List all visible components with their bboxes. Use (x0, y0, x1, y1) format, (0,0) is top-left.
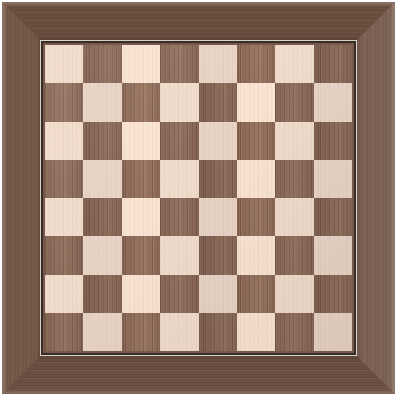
frame-top-rail (2, 2, 395, 43)
square-b3[interactable] (83, 236, 121, 274)
board-inlay-dark-line (41, 41, 356, 355)
square-h2[interactable] (314, 275, 352, 313)
square-d2[interactable] (160, 275, 198, 313)
square-c4[interactable] (122, 198, 160, 236)
square-f4[interactable] (237, 198, 275, 236)
square-e6[interactable] (199, 122, 237, 160)
square-f8[interactable] (237, 45, 275, 83)
chess-board (2, 2, 395, 394)
square-f6[interactable] (237, 122, 275, 160)
square-g5[interactable] (275, 160, 313, 198)
square-f3[interactable] (237, 236, 275, 274)
square-c6[interactable] (122, 122, 160, 160)
square-h6[interactable] (314, 122, 352, 160)
board-grid (45, 45, 352, 351)
square-g7[interactable] (275, 83, 313, 121)
square-g1[interactable] (275, 313, 313, 351)
square-h5[interactable] (314, 160, 352, 198)
square-a7[interactable] (45, 83, 83, 121)
square-a4[interactable] (45, 198, 83, 236)
square-c7[interactable] (122, 83, 160, 121)
square-c8[interactable] (122, 45, 160, 83)
square-h3[interactable] (314, 236, 352, 274)
frame-right-rail (354, 2, 395, 394)
square-b6[interactable] (83, 122, 121, 160)
square-a2[interactable] (45, 275, 83, 313)
square-f5[interactable] (237, 160, 275, 198)
photo-background (0, 0, 400, 400)
square-g6[interactable] (275, 122, 313, 160)
square-e1[interactable] (199, 313, 237, 351)
square-g2[interactable] (275, 275, 313, 313)
board-inlay-light-line (40, 40, 357, 356)
square-d6[interactable] (160, 122, 198, 160)
square-e8[interactable] (199, 45, 237, 83)
square-f7[interactable] (237, 83, 275, 121)
square-c1[interactable] (122, 313, 160, 351)
square-h1[interactable] (314, 313, 352, 351)
square-d7[interactable] (160, 83, 198, 121)
square-h8[interactable] (314, 45, 352, 83)
square-f2[interactable] (237, 275, 275, 313)
square-c5[interactable] (122, 160, 160, 198)
square-d4[interactable] (160, 198, 198, 236)
square-e3[interactable] (199, 236, 237, 274)
square-e5[interactable] (199, 160, 237, 198)
square-f1[interactable] (237, 313, 275, 351)
frame-bottom-rail (2, 353, 395, 394)
square-e2[interactable] (199, 275, 237, 313)
square-a8[interactable] (45, 45, 83, 83)
square-d3[interactable] (160, 236, 198, 274)
square-a6[interactable] (45, 122, 83, 160)
square-e7[interactable] (199, 83, 237, 121)
square-g8[interactable] (275, 45, 313, 83)
square-a5[interactable] (45, 160, 83, 198)
square-d5[interactable] (160, 160, 198, 198)
square-h7[interactable] (314, 83, 352, 121)
square-e4[interactable] (199, 198, 237, 236)
square-b1[interactable] (83, 313, 121, 351)
square-a3[interactable] (45, 236, 83, 274)
square-b8[interactable] (83, 45, 121, 83)
square-g4[interactable] (275, 198, 313, 236)
frame-left-rail (2, 2, 43, 394)
square-b7[interactable] (83, 83, 121, 121)
square-d8[interactable] (160, 45, 198, 83)
square-a1[interactable] (45, 313, 83, 351)
square-d1[interactable] (160, 313, 198, 351)
square-b2[interactable] (83, 275, 121, 313)
square-b4[interactable] (83, 198, 121, 236)
square-g3[interactable] (275, 236, 313, 274)
square-c2[interactable] (122, 275, 160, 313)
square-b5[interactable] (83, 160, 121, 198)
square-c3[interactable] (122, 236, 160, 274)
square-h4[interactable] (314, 198, 352, 236)
